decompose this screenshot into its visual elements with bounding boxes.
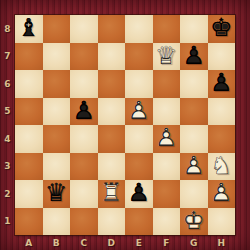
square-f2[interactable] [153, 180, 181, 208]
square-a8[interactable]: ♝♗ [15, 15, 43, 43]
square-c8[interactable] [70, 15, 98, 43]
file-label-b: B [43, 235, 71, 250]
square-d3[interactable] [98, 153, 126, 181]
square-c1[interactable] [70, 208, 98, 236]
square-d1[interactable] [98, 208, 126, 236]
rank-label-4: 4 [0, 125, 15, 153]
knight-glyph-outline: ♘ [208, 152, 236, 180]
square-a7[interactable] [15, 43, 43, 71]
black-pawn-h6[interactable]: ♟♙ [208, 70, 236, 98]
file-labels: ABCDEFGH [15, 235, 235, 250]
square-a4[interactable] [15, 125, 43, 153]
square-d4[interactable] [98, 125, 126, 153]
rank-labels: 87654321 [0, 15, 15, 235]
square-g2[interactable] [180, 180, 208, 208]
square-e8[interactable] [125, 15, 153, 43]
square-h5[interactable] [208, 98, 236, 126]
file-label-d: D [98, 235, 126, 250]
square-h1[interactable] [208, 208, 236, 236]
black-bishop-a8[interactable]: ♝♗ [15, 15, 43, 43]
square-c3[interactable] [70, 153, 98, 181]
square-c4[interactable] [70, 125, 98, 153]
square-b7[interactable] [43, 43, 71, 71]
file-label-f: F [153, 235, 181, 250]
square-h2[interactable]: ♟♙ [208, 180, 236, 208]
pawn-glyph-outline: ♙ [208, 179, 236, 207]
square-g4[interactable] [180, 125, 208, 153]
square-c6[interactable] [70, 70, 98, 98]
white-knight-h3[interactable]: ♞♘ [208, 153, 236, 181]
square-h8[interactable]: ♚♔ [208, 15, 236, 43]
square-e4[interactable] [125, 125, 153, 153]
white-pawn-e5[interactable]: ♟♙ [125, 98, 153, 126]
bishop-glyph-outline: ♗ [15, 14, 43, 42]
file-label-e: E [125, 235, 153, 250]
square-b3[interactable] [43, 153, 71, 181]
square-a3[interactable] [15, 153, 43, 181]
square-g7[interactable]: ♟♙ [180, 43, 208, 71]
square-h7[interactable] [208, 43, 236, 71]
square-b2[interactable]: ♛♕ [43, 180, 71, 208]
black-pawn-g7[interactable]: ♟♙ [180, 43, 208, 71]
square-a2[interactable] [15, 180, 43, 208]
square-a1[interactable] [15, 208, 43, 236]
pawn-glyph-outline: ♙ [153, 124, 181, 152]
rank-label-8: 8 [0, 15, 15, 43]
square-a6[interactable] [15, 70, 43, 98]
square-e7[interactable] [125, 43, 153, 71]
white-rook-d2[interactable]: ♜♖ [98, 180, 126, 208]
pawn-glyph-outline: ♙ [180, 42, 208, 70]
white-queen-f7[interactable]: ♛♕ [153, 43, 181, 71]
square-f1[interactable] [153, 208, 181, 236]
king-glyph-outline: ♔ [208, 14, 236, 42]
square-g6[interactable] [180, 70, 208, 98]
board-frame: 87654321 ♝♗♚♔♛♕♟♙♟♙♟♙♟♙♟♙♟♙♞♘♛♕♜♖♟♙♟♙♚♔ … [0, 0, 250, 250]
rank-label-1: 1 [0, 208, 15, 236]
chess-board: ♝♗♚♔♛♕♟♙♟♙♟♙♟♙♟♙♟♙♞♘♛♕♜♖♟♙♟♙♚♔ [15, 15, 235, 235]
white-pawn-h2[interactable]: ♟♙ [208, 180, 236, 208]
square-b8[interactable] [43, 15, 71, 43]
pawn-glyph-outline: ♙ [125, 179, 153, 207]
square-e2[interactable]: ♟♙ [125, 180, 153, 208]
square-f6[interactable] [153, 70, 181, 98]
black-queen-b2[interactable]: ♛♕ [43, 180, 71, 208]
rank-label-2: 2 [0, 180, 15, 208]
square-b1[interactable] [43, 208, 71, 236]
pawn-glyph-outline: ♙ [208, 69, 236, 97]
white-pawn-f4[interactable]: ♟♙ [153, 125, 181, 153]
queen-glyph-outline: ♕ [43, 179, 71, 207]
square-h3[interactable]: ♞♘ [208, 153, 236, 181]
rank-label-7: 7 [0, 43, 15, 71]
file-label-c: C [70, 235, 98, 250]
square-f4[interactable]: ♟♙ [153, 125, 181, 153]
square-e6[interactable] [125, 70, 153, 98]
rank-label-5: 5 [0, 98, 15, 126]
square-d6[interactable] [98, 70, 126, 98]
file-label-a: A [15, 235, 43, 250]
black-pawn-e2[interactable]: ♟♙ [125, 180, 153, 208]
file-label-h: H [208, 235, 236, 250]
file-label-g: G [180, 235, 208, 250]
rank-label-6: 6 [0, 70, 15, 98]
pawn-glyph-outline: ♙ [70, 97, 98, 125]
queen-glyph-outline: ♕ [153, 42, 181, 70]
square-d8[interactable] [98, 15, 126, 43]
square-b5[interactable] [43, 98, 71, 126]
square-f8[interactable] [153, 15, 181, 43]
pawn-glyph-outline: ♙ [180, 152, 208, 180]
white-pawn-g3[interactable]: ♟♙ [180, 153, 208, 181]
square-e3[interactable] [125, 153, 153, 181]
square-c7[interactable] [70, 43, 98, 71]
square-d2[interactable]: ♜♖ [98, 180, 126, 208]
king-glyph-outline: ♔ [180, 207, 208, 235]
square-c5[interactable]: ♟♙ [70, 98, 98, 126]
square-d5[interactable] [98, 98, 126, 126]
square-e1[interactable] [125, 208, 153, 236]
square-h4[interactable] [208, 125, 236, 153]
square-b6[interactable] [43, 70, 71, 98]
black-pawn-c5[interactable]: ♟♙ [70, 98, 98, 126]
square-e5[interactable]: ♟♙ [125, 98, 153, 126]
square-f7[interactable]: ♛♕ [153, 43, 181, 71]
square-f3[interactable] [153, 153, 181, 181]
square-g8[interactable] [180, 15, 208, 43]
square-h6[interactable]: ♟♙ [208, 70, 236, 98]
square-g1[interactable]: ♚♔ [180, 208, 208, 236]
square-c2[interactable] [70, 180, 98, 208]
white-king-g1[interactable]: ♚♔ [180, 208, 208, 236]
black-king-h8[interactable]: ♚♔ [208, 15, 236, 43]
square-d7[interactable] [98, 43, 126, 71]
square-g3[interactable]: ♟♙ [180, 153, 208, 181]
rook-glyph-outline: ♖ [98, 179, 126, 207]
square-a5[interactable] [15, 98, 43, 126]
square-b4[interactable] [43, 125, 71, 153]
square-f5[interactable] [153, 98, 181, 126]
rank-label-3: 3 [0, 153, 15, 181]
pawn-glyph-outline: ♙ [125, 97, 153, 125]
square-g5[interactable] [180, 98, 208, 126]
